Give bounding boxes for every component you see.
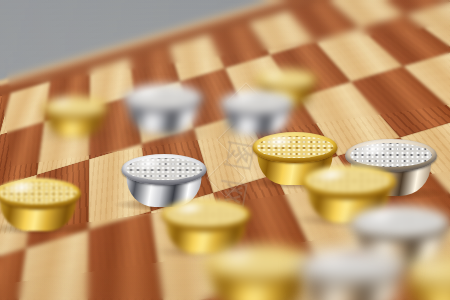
ingot-gold: [402, 257, 450, 300]
ingot-gold: [42, 96, 108, 137]
photo-of-ingots-on-chessboard: 摄图网: [0, 0, 450, 300]
ingot-silver: [123, 84, 203, 134]
ingot-gold: [0, 178, 81, 231]
ingot-silver: [220, 90, 294, 136]
ingot-silver: [296, 247, 408, 300]
